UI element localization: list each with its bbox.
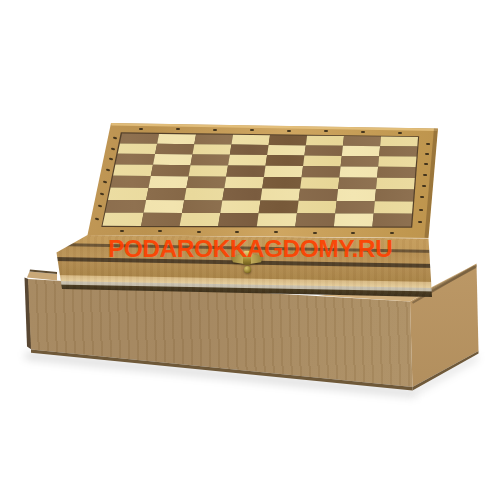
frame-tick-mark — [397, 131, 401, 133]
frame-tick-mark — [120, 230, 124, 232]
frame-tick-mark — [360, 131, 364, 133]
watermark-text: PODAROKKAGDOMY.RU — [108, 235, 392, 263]
frame-tick-mark — [94, 218, 98, 221]
frame-tick-mark — [249, 129, 253, 131]
frame-tick-mark — [235, 231, 239, 233]
frame-tick-mark — [97, 205, 101, 208]
frame-tick-mark — [108, 158, 112, 161]
frame-tick-mark — [424, 163, 428, 166]
frame-tick-mark — [425, 143, 429, 146]
frame-tick-mark — [351, 232, 355, 234]
frame-tick-mark — [323, 130, 327, 132]
frame-tick-mark — [286, 130, 290, 132]
frame-tick-mark — [274, 231, 278, 233]
product-photo-stage: PODAROKKAGDOMY.RU — [0, 0, 500, 500]
frame-tick-mark — [158, 230, 162, 232]
frame-tick-mark — [138, 128, 142, 130]
frame-tick-mark — [111, 147, 115, 150]
frame-tick-mark — [425, 152, 429, 155]
frame-tick-mark — [212, 129, 216, 131]
frame-tick-mark — [418, 221, 422, 224]
frame-tick-mark — [420, 196, 424, 199]
frame-tick-mark — [197, 231, 201, 233]
frame-tick-mark — [175, 128, 179, 130]
frame-tick-mark — [313, 232, 317, 234]
frame-tick-mark — [421, 185, 425, 188]
frame-tick-mark — [106, 169, 110, 172]
frame-tick-mark — [100, 192, 104, 195]
frame-tick-mark — [423, 173, 427, 176]
frame-tick-mark — [113, 137, 117, 140]
frame-tick-mark — [419, 208, 423, 211]
frame-tick-mark — [103, 180, 107, 183]
